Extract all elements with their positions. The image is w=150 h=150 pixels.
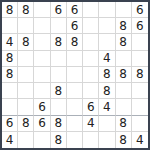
clue-digit: 8 [119, 117, 127, 129]
cell-r8c8[interactable]: 8 [116, 116, 132, 132]
cell-r8c1[interactable]: 6 [2, 116, 18, 132]
cell-r4c2[interactable] [18, 51, 34, 67]
cell-r1c8[interactable] [116, 2, 132, 18]
cell-r9c2[interactable] [18, 132, 34, 148]
cell-r7c2[interactable] [18, 99, 34, 115]
cell-r1c2[interactable]: 8 [18, 2, 34, 18]
cell-r6c9[interactable] [132, 83, 148, 99]
clue-digit: 6 [136, 4, 144, 16]
cell-r9c1[interactable]: 4 [2, 132, 18, 148]
cell-r1c3[interactable] [34, 2, 50, 18]
cell-r5c9[interactable]: 8 [132, 67, 148, 83]
cell-r5c3[interactable] [34, 67, 50, 83]
clue-digit: 8 [22, 36, 30, 48]
cell-r3c1[interactable]: 4 [2, 34, 18, 50]
cell-r3c5[interactable]: 8 [67, 34, 83, 50]
clue-digit: 8 [22, 117, 30, 129]
clue-digit: 8 [103, 68, 111, 80]
cell-r2c7[interactable] [99, 18, 115, 34]
cell-r3c3[interactable] [34, 34, 50, 50]
cell-r3c8[interactable]: 8 [116, 34, 132, 50]
clue-digit: 8 [119, 36, 127, 48]
cell-r6c2[interactable] [18, 83, 34, 99]
cell-r2c5[interactable]: 6 [67, 18, 83, 34]
clue-digit: 6 [6, 117, 14, 129]
cell-r5c4[interactable] [51, 67, 67, 83]
clue-digit: 8 [71, 36, 79, 48]
cell-r1c6[interactable] [83, 2, 99, 18]
clue-digit: 8 [119, 134, 127, 146]
cell-r7c4[interactable] [51, 99, 67, 115]
cell-r7c6[interactable]: 6 [83, 99, 99, 115]
clue-digit: 8 [54, 117, 62, 129]
cell-r5c2[interactable] [18, 67, 34, 83]
cell-r8c9[interactable] [132, 116, 148, 132]
clue-digit: 4 [136, 134, 144, 146]
cell-r8c4[interactable]: 8 [51, 116, 67, 132]
cell-r6c4[interactable]: 8 [51, 83, 67, 99]
clue-digit: 8 [6, 68, 14, 80]
clue-digit: 8 [54, 36, 62, 48]
cell-r5c5[interactable] [67, 67, 83, 83]
cell-r8c2[interactable]: 8 [18, 116, 34, 132]
cell-r2c3[interactable] [34, 18, 50, 34]
cell-r4c4[interactable] [51, 51, 67, 67]
cell-r3c6[interactable] [83, 34, 99, 50]
cell-r9c5[interactable] [67, 132, 83, 148]
cell-r4c6[interactable] [83, 51, 99, 67]
clue-digit: 6 [71, 4, 79, 16]
cell-r3c7[interactable] [99, 34, 115, 50]
cell-r1c7[interactable] [99, 2, 115, 18]
cell-r4c9[interactable] [132, 51, 148, 67]
cell-r2c2[interactable] [18, 18, 34, 34]
cell-r9c4[interactable]: 8 [51, 132, 67, 148]
cell-r1c9[interactable]: 6 [132, 2, 148, 18]
clue-digit: 8 [54, 85, 62, 97]
clue-digit: 8 [136, 68, 144, 80]
cell-r4c7[interactable]: 4 [99, 51, 115, 67]
clue-digit: 4 [6, 134, 14, 146]
cell-r6c5[interactable] [67, 83, 83, 99]
cell-r3c9[interactable] [132, 34, 148, 50]
cell-r7c3[interactable]: 6 [34, 99, 50, 115]
cell-r4c8[interactable] [116, 51, 132, 67]
cell-r1c4[interactable]: 6 [51, 2, 67, 18]
cell-r9c3[interactable] [34, 132, 50, 148]
cell-r3c4[interactable]: 8 [51, 34, 67, 50]
cell-r7c8[interactable] [116, 99, 132, 115]
clue-digit: 8 [119, 68, 127, 80]
clue-digit: 4 [103, 101, 111, 113]
cell-r7c7[interactable]: 4 [99, 99, 115, 115]
clue-digit: 8 [22, 4, 30, 16]
clue-digit: 6 [38, 117, 46, 129]
cell-r8c3[interactable]: 6 [34, 116, 50, 132]
clue-digit: 6 [87, 101, 95, 113]
puzzle-board: 8866668648888848888886646868484884 [0, 0, 150, 150]
clue-digit: 6 [71, 20, 79, 32]
cell-r1c1[interactable]: 8 [2, 2, 18, 18]
clue-digit: 4 [6, 36, 14, 48]
cell-r5c7[interactable]: 8 [99, 67, 115, 83]
cell-r4c1[interactable]: 8 [2, 51, 18, 67]
cell-r9c6[interactable] [83, 132, 99, 148]
cell-r9c8[interactable]: 8 [116, 132, 132, 148]
cell-r4c3[interactable] [34, 51, 50, 67]
clue-digit: 6 [38, 101, 46, 113]
cell-r5c6[interactable] [83, 67, 99, 83]
cell-r2c8[interactable]: 8 [116, 18, 132, 34]
cell-r2c9[interactable]: 6 [132, 18, 148, 34]
cell-r7c9[interactable] [132, 99, 148, 115]
cell-r9c7[interactable] [99, 132, 115, 148]
cell-r8c5[interactable] [67, 116, 83, 132]
cell-r7c5[interactable] [67, 99, 83, 115]
clue-digit: 8 [6, 4, 14, 16]
cell-r9c9[interactable]: 4 [132, 132, 148, 148]
clue-digit: 8 [6, 52, 14, 64]
cell-r6c6[interactable] [83, 83, 99, 99]
cell-r7c1[interactable] [2, 99, 18, 115]
cell-r5c8[interactable]: 8 [116, 67, 132, 83]
cell-r3c2[interactable]: 8 [18, 34, 34, 50]
clue-digit: 8 [103, 85, 111, 97]
clue-digit: 8 [119, 20, 127, 32]
cell-r8c6[interactable]: 4 [83, 116, 99, 132]
cell-r6c3[interactable] [34, 83, 50, 99]
clue-digit: 4 [103, 52, 111, 64]
cell-r6c8[interactable] [116, 83, 132, 99]
clue-digit: 4 [87, 117, 95, 129]
cell-r2c4[interactable] [51, 18, 67, 34]
cell-r6c7[interactable]: 8 [99, 83, 115, 99]
cell-r1c5[interactable]: 6 [67, 2, 83, 18]
cell-r6c1[interactable] [2, 83, 18, 99]
cell-r2c6[interactable] [83, 18, 99, 34]
clue-digit: 6 [54, 4, 62, 16]
clue-digit: 8 [54, 134, 62, 146]
cell-r2c1[interactable] [2, 18, 18, 34]
cell-r5c1[interactable]: 8 [2, 67, 18, 83]
clue-digit: 6 [136, 20, 144, 32]
cell-r4c5[interactable] [67, 51, 83, 67]
cell-r8c7[interactable] [99, 116, 115, 132]
